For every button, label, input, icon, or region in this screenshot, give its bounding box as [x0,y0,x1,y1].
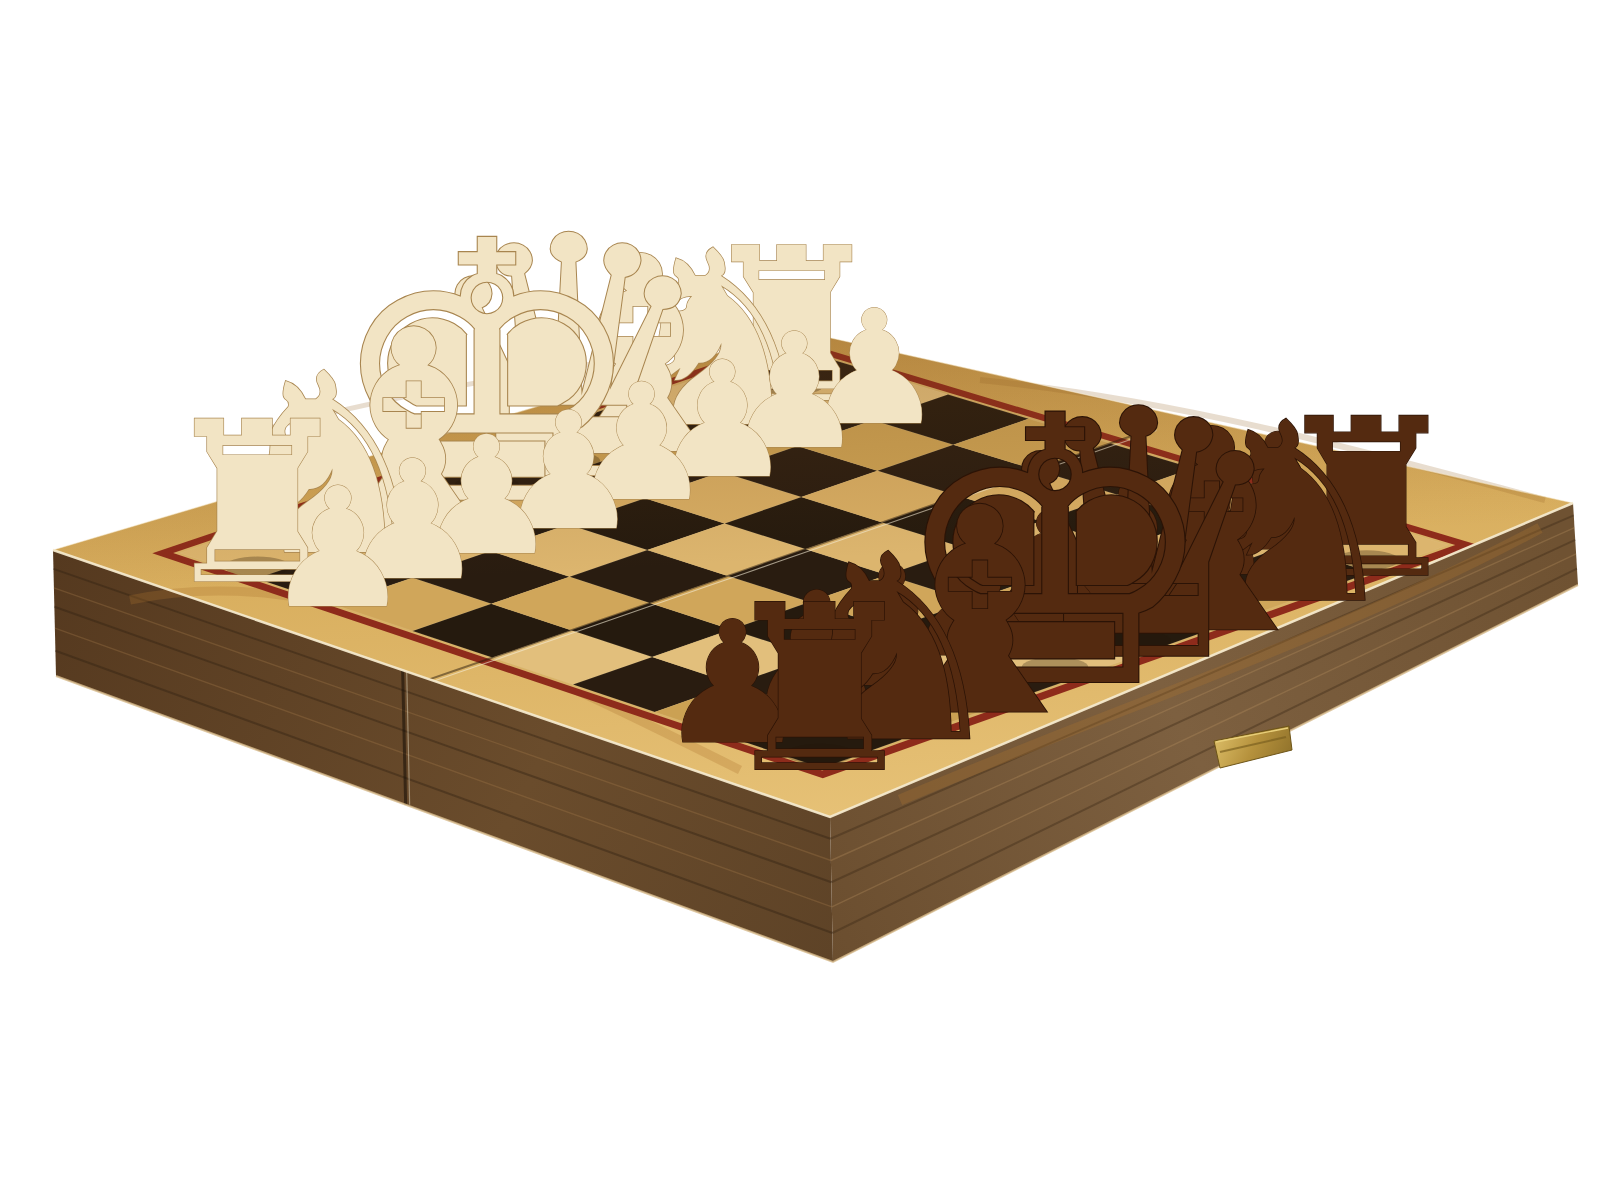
piece-black-rook-h8: ♜ [717,556,922,823]
chess-scene-svg: ♜♟♞♟♝♛♟♟♚♟♝♟♞♟♟♜♟♜♞♟♟♝♟♟♛♚♟♟♝♞♟♜ [0,0,1600,1201]
piece-white-pawn-h2: ♟ [264,452,412,645]
chess-set-photo: ♜♟♞♟♝♛♟♟♚♟♝♟♞♟♟♜♟♜♞♟♟♝♟♟♛♚♟♟♝♞♟♜ [0,0,1600,1201]
